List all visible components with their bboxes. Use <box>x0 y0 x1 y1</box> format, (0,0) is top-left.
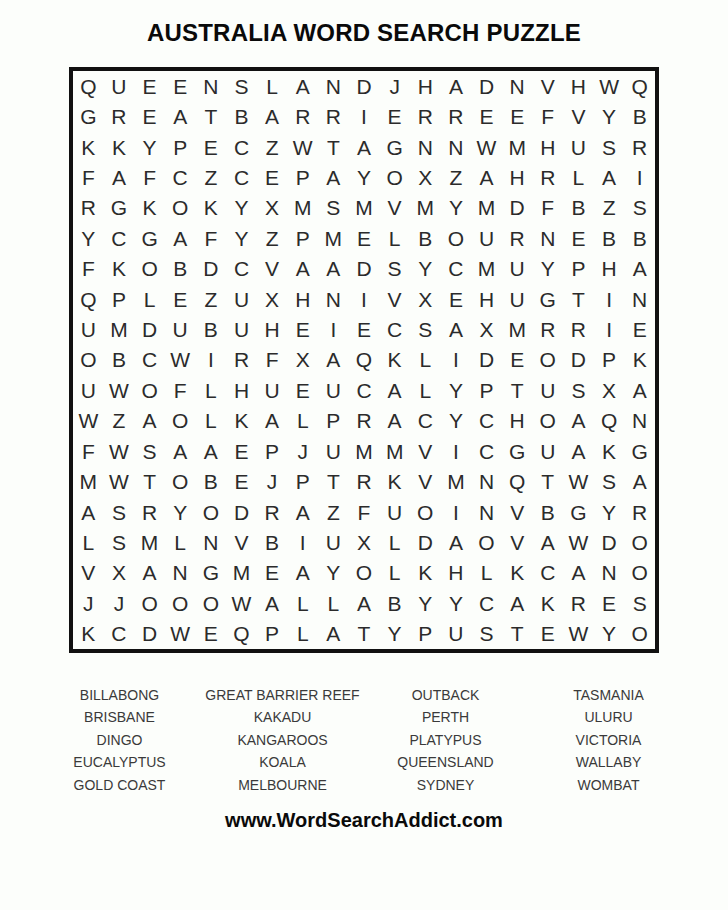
grid-cell[interactable]: Y <box>226 193 257 223</box>
grid-cell[interactable]: M <box>379 436 410 466</box>
grid-cell[interactable]: O <box>165 193 196 223</box>
grid-cell[interactable]: J <box>379 71 410 101</box>
grid-cell[interactable]: K <box>196 193 227 223</box>
grid-cell[interactable]: I <box>624 162 655 192</box>
grid-cell[interactable]: U <box>379 497 410 527</box>
grid-cell[interactable]: O <box>624 527 655 557</box>
grid-cell[interactable]: D <box>502 193 533 223</box>
grid-cell[interactable]: S <box>379 254 410 284</box>
grid-cell[interactable]: U <box>471 223 502 253</box>
grid-cell[interactable]: F <box>73 436 104 466</box>
grid-cell[interactable]: L <box>257 71 288 101</box>
grid-cell[interactable]: A <box>379 406 410 436</box>
grid-cell[interactable]: U <box>165 314 196 344</box>
grid-cell[interactable]: S <box>563 375 594 405</box>
grid-cell[interactable]: E <box>441 284 472 314</box>
grid-cell[interactable]: Y <box>441 588 472 618</box>
grid-cell[interactable]: T <box>196 101 227 131</box>
grid-cell[interactable]: S <box>104 497 135 527</box>
grid-cell[interactable]: Z <box>196 162 227 192</box>
grid-cell[interactable]: I <box>349 101 380 131</box>
grid-cell[interactable]: Q <box>594 406 625 436</box>
grid-cell[interactable]: W <box>563 466 594 496</box>
grid-cell[interactable]: Y <box>134 132 165 162</box>
grid-cell[interactable]: P <box>471 375 502 405</box>
grid-cell[interactable]: K <box>379 345 410 375</box>
grid-cell[interactable]: L <box>287 588 318 618</box>
grid-cell[interactable]: U <box>532 436 563 466</box>
grid-cell[interactable]: S <box>104 527 135 557</box>
grid-cell[interactable]: Z <box>196 284 227 314</box>
grid-cell[interactable]: R <box>104 101 135 131</box>
grid-cell[interactable]: A <box>287 254 318 284</box>
grid-cell[interactable]: E <box>226 466 257 496</box>
grid-cell[interactable]: W <box>226 588 257 618</box>
grid-cell[interactable]: T <box>318 132 349 162</box>
grid-cell[interactable]: M <box>441 466 472 496</box>
grid-cell[interactable]: Q <box>624 71 655 101</box>
grid-cell[interactable]: N <box>624 406 655 436</box>
grid-cell[interactable]: Z <box>594 193 625 223</box>
grid-cell[interactable]: P <box>257 619 288 649</box>
grid-cell[interactable]: P <box>165 132 196 162</box>
grid-cell[interactable]: Y <box>318 558 349 588</box>
grid-cell[interactable]: L <box>410 375 441 405</box>
grid-cell[interactable]: R <box>134 497 165 527</box>
grid-cell[interactable]: H <box>226 375 257 405</box>
grid-cell[interactable]: E <box>349 314 380 344</box>
grid-cell[interactable]: D <box>471 71 502 101</box>
grid-cell[interactable]: O <box>196 497 227 527</box>
grid-cell[interactable]: B <box>226 101 257 131</box>
grid-cell[interactable]: K <box>104 254 135 284</box>
grid-cell[interactable]: Z <box>441 162 472 192</box>
grid-cell[interactable]: Q <box>502 466 533 496</box>
grid-cell[interactable]: M <box>349 436 380 466</box>
grid-cell[interactable]: E <box>165 71 196 101</box>
grid-cell[interactable]: W <box>104 466 135 496</box>
grid-cell[interactable]: O <box>165 406 196 436</box>
grid-cell[interactable]: T <box>318 466 349 496</box>
grid-cell[interactable]: C <box>226 254 257 284</box>
grid-cell[interactable]: P <box>318 406 349 436</box>
grid-cell[interactable]: A <box>441 71 472 101</box>
grid-cell[interactable]: Y <box>594 101 625 131</box>
grid-cell[interactable]: B <box>165 254 196 284</box>
grid-cell[interactable]: E <box>563 223 594 253</box>
grid-cell[interactable]: A <box>73 497 104 527</box>
grid-cell[interactable]: N <box>594 558 625 588</box>
grid-cell[interactable]: R <box>73 193 104 223</box>
grid-cell[interactable]: A <box>318 162 349 192</box>
grid-cell[interactable]: O <box>471 527 502 557</box>
grid-cell[interactable]: M <box>502 132 533 162</box>
grid-cell[interactable]: M <box>226 558 257 588</box>
grid-cell[interactable]: A <box>379 375 410 405</box>
grid-cell[interactable]: A <box>563 406 594 436</box>
grid-cell[interactable]: V <box>502 497 533 527</box>
grid-cell[interactable]: O <box>134 588 165 618</box>
grid-cell[interactable]: H <box>410 71 441 101</box>
grid-cell[interactable]: U <box>318 375 349 405</box>
grid-cell[interactable]: H <box>532 132 563 162</box>
grid-cell[interactable]: L <box>196 406 227 436</box>
grid-cell[interactable]: E <box>349 223 380 253</box>
grid-cell[interactable]: N <box>471 497 502 527</box>
grid-cell[interactable]: U <box>502 254 533 284</box>
grid-cell[interactable]: Y <box>165 497 196 527</box>
grid-cell[interactable]: T <box>134 466 165 496</box>
grid-cell[interactable]: D <box>410 527 441 557</box>
grid-cell[interactable]: O <box>624 619 655 649</box>
grid-cell[interactable]: A <box>257 101 288 131</box>
grid-cell[interactable]: W <box>104 436 135 466</box>
grid-cell[interactable]: K <box>594 436 625 466</box>
grid-cell[interactable]: V <box>410 466 441 496</box>
grid-cell[interactable]: R <box>624 132 655 162</box>
grid-cell[interactable]: V <box>73 558 104 588</box>
grid-cell[interactable]: S <box>471 619 502 649</box>
grid-cell[interactable]: O <box>73 345 104 375</box>
grid-cell[interactable]: S <box>318 193 349 223</box>
grid-cell[interactable]: S <box>624 588 655 618</box>
grid-cell[interactable]: J <box>287 436 318 466</box>
grid-cell[interactable]: G <box>196 558 227 588</box>
grid-cell[interactable]: R <box>257 497 288 527</box>
grid-cell[interactable]: D <box>134 619 165 649</box>
grid-cell[interactable]: F <box>73 254 104 284</box>
grid-cell[interactable]: C <box>226 132 257 162</box>
grid-cell[interactable]: O <box>441 223 472 253</box>
grid-cell[interactable]: Z <box>257 223 288 253</box>
grid-cell[interactable]: X <box>594 375 625 405</box>
grid-cell[interactable]: N <box>624 284 655 314</box>
grid-cell[interactable]: F <box>134 162 165 192</box>
grid-cell[interactable]: X <box>287 345 318 375</box>
grid-cell[interactable]: T <box>532 466 563 496</box>
grid-cell[interactable]: O <box>134 254 165 284</box>
grid-cell[interactable]: Q <box>73 71 104 101</box>
grid-cell[interactable]: U <box>532 375 563 405</box>
grid-cell[interactable]: M <box>410 193 441 223</box>
grid-cell[interactable]: C <box>104 223 135 253</box>
grid-cell[interactable]: Z <box>104 406 135 436</box>
grid-cell[interactable]: N <box>318 284 349 314</box>
grid-cell[interactable]: I <box>196 345 227 375</box>
grid-cell[interactable]: D <box>563 345 594 375</box>
grid-cell[interactable]: O <box>165 588 196 618</box>
grid-cell[interactable]: O <box>349 558 380 588</box>
grid-cell[interactable]: C <box>471 588 502 618</box>
grid-cell[interactable]: A <box>563 558 594 588</box>
grid-cell[interactable]: Y <box>441 193 472 223</box>
grid-cell[interactable]: R <box>502 223 533 253</box>
grid-cell[interactable]: R <box>410 101 441 131</box>
grid-cell[interactable]: K <box>532 588 563 618</box>
grid-cell[interactable]: M <box>318 223 349 253</box>
grid-cell[interactable]: M <box>471 193 502 223</box>
grid-cell[interactable]: M <box>502 314 533 344</box>
grid-cell[interactable]: T <box>349 619 380 649</box>
grid-cell[interactable]: S <box>410 314 441 344</box>
grid-cell[interactable]: G <box>563 497 594 527</box>
grid-cell[interactable]: I <box>349 284 380 314</box>
grid-cell[interactable]: H <box>594 254 625 284</box>
grid-cell[interactable]: L <box>563 162 594 192</box>
grid-cell[interactable]: A <box>624 466 655 496</box>
grid-cell[interactable]: M <box>104 314 135 344</box>
grid-cell[interactable]: P <box>594 345 625 375</box>
grid-cell[interactable]: T <box>502 375 533 405</box>
grid-cell[interactable]: W <box>563 619 594 649</box>
grid-cell[interactable]: E <box>134 71 165 101</box>
grid-cell[interactable]: O <box>165 466 196 496</box>
grid-cell[interactable]: O <box>379 162 410 192</box>
grid-cell[interactable]: P <box>287 466 318 496</box>
grid-cell[interactable]: U <box>502 284 533 314</box>
grid-cell[interactable]: G <box>73 101 104 131</box>
grid-cell[interactable]: S <box>624 193 655 223</box>
grid-cell[interactable]: B <box>196 466 227 496</box>
grid-cell[interactable]: U <box>73 375 104 405</box>
grid-cell[interactable]: L <box>287 619 318 649</box>
grid-cell[interactable]: R <box>624 497 655 527</box>
grid-cell[interactable]: A <box>104 162 135 192</box>
grid-cell[interactable]: Y <box>594 619 625 649</box>
grid-cell[interactable]: A <box>318 345 349 375</box>
grid-cell[interactable]: D <box>349 254 380 284</box>
grid-cell[interactable]: A <box>257 588 288 618</box>
grid-cell[interactable]: F <box>73 162 104 192</box>
grid-cell[interactable]: K <box>73 619 104 649</box>
grid-cell[interactable]: V <box>563 101 594 131</box>
grid-cell[interactable]: Y <box>379 619 410 649</box>
grid-cell[interactable]: J <box>73 588 104 618</box>
grid-cell[interactable]: X <box>257 193 288 223</box>
grid-cell[interactable]: P <box>287 223 318 253</box>
grid-cell[interactable]: H <box>441 558 472 588</box>
grid-cell[interactable]: R <box>563 588 594 618</box>
grid-cell[interactable]: A <box>471 162 502 192</box>
grid-cell[interactable]: L <box>165 527 196 557</box>
grid-cell[interactable]: E <box>196 132 227 162</box>
grid-cell[interactable]: Y <box>441 375 472 405</box>
grid-cell[interactable]: N <box>410 132 441 162</box>
grid-cell[interactable]: A <box>196 436 227 466</box>
grid-cell[interactable]: W <box>287 132 318 162</box>
grid-cell[interactable]: S <box>594 466 625 496</box>
grid-cell[interactable]: Q <box>226 619 257 649</box>
grid-cell[interactable]: P <box>257 436 288 466</box>
grid-cell[interactable]: C <box>471 436 502 466</box>
grid-cell[interactable]: O <box>410 497 441 527</box>
grid-cell[interactable]: C <box>134 345 165 375</box>
grid-cell[interactable]: F <box>257 345 288 375</box>
grid-cell[interactable]: A <box>624 375 655 405</box>
grid-cell[interactable]: F <box>349 497 380 527</box>
grid-cell[interactable]: Q <box>349 345 380 375</box>
grid-cell[interactable]: N <box>532 223 563 253</box>
grid-cell[interactable]: E <box>257 558 288 588</box>
grid-cell[interactable]: X <box>410 162 441 192</box>
grid-cell[interactable]: V <box>532 71 563 101</box>
grid-cell[interactable]: I <box>318 314 349 344</box>
grid-cell[interactable]: B <box>379 588 410 618</box>
grid-cell[interactable]: R <box>287 101 318 131</box>
grid-cell[interactable]: E <box>134 101 165 131</box>
grid-cell[interactable]: E <box>379 101 410 131</box>
grid-cell[interactable]: N <box>318 71 349 101</box>
grid-cell[interactable]: Y <box>410 254 441 284</box>
grid-cell[interactable]: T <box>502 619 533 649</box>
grid-cell[interactable]: R <box>532 314 563 344</box>
grid-cell[interactable]: H <box>563 71 594 101</box>
grid-cell[interactable]: B <box>410 223 441 253</box>
grid-cell[interactable]: N <box>502 71 533 101</box>
grid-cell[interactable]: O <box>624 558 655 588</box>
grid-cell[interactable]: O <box>134 375 165 405</box>
grid-cell[interactable]: W <box>471 132 502 162</box>
grid-cell[interactable]: R <box>563 314 594 344</box>
grid-cell[interactable]: W <box>165 345 196 375</box>
grid-cell[interactable]: M <box>134 527 165 557</box>
grid-cell[interactable]: V <box>410 436 441 466</box>
grid-cell[interactable]: R <box>441 101 472 131</box>
grid-cell[interactable]: A <box>318 619 349 649</box>
grid-cell[interactable]: A <box>134 558 165 588</box>
grid-cell[interactable]: A <box>318 254 349 284</box>
grid-cell[interactable]: A <box>594 162 625 192</box>
grid-cell[interactable]: L <box>73 527 104 557</box>
grid-cell[interactable]: G <box>134 223 165 253</box>
grid-cell[interactable]: D <box>349 71 380 101</box>
grid-cell[interactable]: G <box>624 436 655 466</box>
grid-cell[interactable]: Q <box>73 284 104 314</box>
grid-cell[interactable]: L <box>410 345 441 375</box>
grid-cell[interactable]: C <box>165 162 196 192</box>
grid-cell[interactable]: V <box>379 193 410 223</box>
grid-cell[interactable]: A <box>502 588 533 618</box>
grid-cell[interactable]: C <box>349 375 380 405</box>
grid-cell[interactable]: R <box>532 162 563 192</box>
grid-cell[interactable]: I <box>287 527 318 557</box>
grid-cell[interactable]: J <box>257 466 288 496</box>
grid-cell[interactable]: O <box>532 406 563 436</box>
grid-cell[interactable]: R <box>349 406 380 436</box>
grid-cell[interactable]: A <box>441 314 472 344</box>
grid-cell[interactable]: Y <box>532 254 563 284</box>
grid-cell[interactable]: K <box>379 466 410 496</box>
grid-cell[interactable]: K <box>624 345 655 375</box>
grid-cell[interactable]: G <box>502 436 533 466</box>
grid-cell[interactable]: K <box>104 132 135 162</box>
grid-cell[interactable]: B <box>624 101 655 131</box>
grid-cell[interactable]: M <box>471 254 502 284</box>
grid-cell[interactable]: D <box>226 497 257 527</box>
grid-cell[interactable]: A <box>624 254 655 284</box>
grid-cell[interactable]: R <box>318 101 349 131</box>
grid-cell[interactable]: P <box>410 619 441 649</box>
grid-cell[interactable]: Y <box>410 588 441 618</box>
grid-cell[interactable]: I <box>594 314 625 344</box>
grid-cell[interactable]: M <box>287 193 318 223</box>
grid-cell[interactable]: K <box>410 558 441 588</box>
grid-cell[interactable]: V <box>379 284 410 314</box>
grid-cell[interactable]: C <box>104 619 135 649</box>
grid-cell[interactable]: W <box>563 527 594 557</box>
grid-cell[interactable]: K <box>502 558 533 588</box>
grid-cell[interactable]: E <box>226 436 257 466</box>
grid-cell[interactable]: B <box>624 223 655 253</box>
grid-cell[interactable]: E <box>502 345 533 375</box>
grid-cell[interactable]: B <box>196 314 227 344</box>
grid-cell[interactable]: K <box>226 406 257 436</box>
grid-cell[interactable]: A <box>287 558 318 588</box>
grid-cell[interactable]: B <box>563 193 594 223</box>
grid-cell[interactable]: O <box>196 588 227 618</box>
grid-cell[interactable]: D <box>594 527 625 557</box>
grid-cell[interactable]: H <box>257 314 288 344</box>
grid-cell[interactable]: U <box>441 619 472 649</box>
grid-cell[interactable]: V <box>502 527 533 557</box>
grid-cell[interactable]: S <box>226 71 257 101</box>
grid-cell[interactable]: A <box>165 436 196 466</box>
grid-cell[interactable]: L <box>134 284 165 314</box>
grid-cell[interactable]: C <box>441 254 472 284</box>
grid-cell[interactable]: A <box>563 436 594 466</box>
grid-cell[interactable]: L <box>318 588 349 618</box>
grid-cell[interactable]: W <box>73 406 104 436</box>
grid-cell[interactable]: W <box>104 375 135 405</box>
grid-cell[interactable]: E <box>594 588 625 618</box>
grid-cell[interactable]: F <box>165 375 196 405</box>
grid-cell[interactable]: L <box>379 223 410 253</box>
grid-cell[interactable]: I <box>441 497 472 527</box>
grid-cell[interactable]: L <box>471 558 502 588</box>
grid-cell[interactable]: G <box>379 132 410 162</box>
grid-cell[interactable]: E <box>532 619 563 649</box>
grid-cell[interactable]: L <box>379 527 410 557</box>
grid-cell[interactable]: X <box>410 284 441 314</box>
grid-cell[interactable]: V <box>257 254 288 284</box>
grid-cell[interactable]: Y <box>73 223 104 253</box>
grid-cell[interactable]: H <box>502 162 533 192</box>
grid-cell[interactable]: A <box>257 406 288 436</box>
grid-cell[interactable]: A <box>287 497 318 527</box>
grid-cell[interactable]: S <box>594 132 625 162</box>
grid-cell[interactable]: E <box>196 619 227 649</box>
grid-cell[interactable]: F <box>532 101 563 131</box>
grid-cell[interactable]: Y <box>226 223 257 253</box>
grid-cell[interactable]: Z <box>257 132 288 162</box>
grid-cell[interactable]: F <box>532 193 563 223</box>
grid-cell[interactable]: H <box>502 406 533 436</box>
grid-cell[interactable]: D <box>196 254 227 284</box>
grid-cell[interactable]: A <box>287 71 318 101</box>
grid-cell[interactable]: L <box>196 375 227 405</box>
grid-cell[interactable]: A <box>441 527 472 557</box>
grid-cell[interactable]: A <box>349 132 380 162</box>
grid-cell[interactable]: N <box>441 132 472 162</box>
grid-cell[interactable]: C <box>226 162 257 192</box>
grid-cell[interactable]: E <box>287 314 318 344</box>
grid-cell[interactable]: X <box>257 284 288 314</box>
grid-cell[interactable]: C <box>410 406 441 436</box>
grid-cell[interactable]: N <box>196 71 227 101</box>
grid-cell[interactable]: Y <box>441 406 472 436</box>
grid-cell[interactable]: U <box>257 375 288 405</box>
grid-cell[interactable]: S <box>134 436 165 466</box>
